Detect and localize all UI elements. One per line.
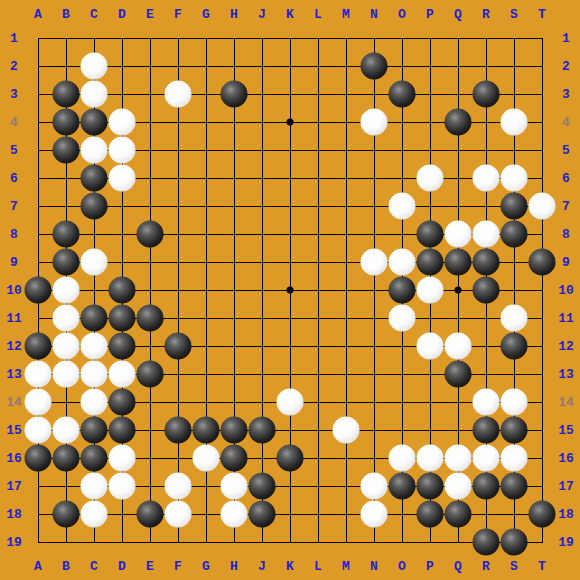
black-stone-B3[interactable] xyxy=(53,81,80,108)
black-stone-Q18[interactable] xyxy=(445,501,472,528)
white-stone-S16[interactable] xyxy=(501,445,528,472)
row-right-label-18: 18 xyxy=(558,508,574,521)
black-stone-R17[interactable] xyxy=(473,473,500,500)
black-stone-H3[interactable] xyxy=(221,81,248,108)
white-stone-N18[interactable] xyxy=(361,501,388,528)
col-top-label-S: S xyxy=(510,8,518,21)
col-bottom-label-G: G xyxy=(202,560,210,573)
black-stone-G15[interactable] xyxy=(193,417,220,444)
row-left-label-5: 5 xyxy=(10,144,18,157)
black-stone-C16[interactable] xyxy=(81,445,108,472)
white-stone-Q16[interactable] xyxy=(445,445,472,472)
col-bottom-label-L: L xyxy=(314,560,322,573)
row-left-label-11: 11 xyxy=(6,312,22,325)
row-right-label-10: 10 xyxy=(558,284,574,297)
row-left-label-15: 15 xyxy=(6,424,22,437)
black-stone-C4[interactable] xyxy=(81,109,108,136)
black-stone-D14[interactable] xyxy=(109,389,136,416)
black-stone-P8[interactable] xyxy=(417,221,444,248)
white-stone-Q12[interactable] xyxy=(445,333,472,360)
white-stone-O16[interactable] xyxy=(389,445,416,472)
black-stone-S17[interactable] xyxy=(501,473,528,500)
white-stone-O7[interactable] xyxy=(389,193,416,220)
col-top-label-D: D xyxy=(118,8,126,21)
col-top-label-K: K xyxy=(286,8,294,21)
black-stone-Q9[interactable] xyxy=(445,249,472,276)
col-bottom-label-E: E xyxy=(146,560,154,573)
white-stone-A14[interactable] xyxy=(25,389,52,416)
row-left-label-6: 6 xyxy=(10,172,18,185)
black-stone-P9[interactable] xyxy=(417,249,444,276)
col-top-label-O: O xyxy=(398,8,406,21)
col-bottom-label-D: D xyxy=(118,560,126,573)
black-stone-R3[interactable] xyxy=(473,81,500,108)
white-stone-N17[interactable] xyxy=(361,473,388,500)
white-stone-D4[interactable] xyxy=(109,109,136,136)
black-stone-F12[interactable] xyxy=(165,333,192,360)
go-app-window: { "game": "go", "board": { "size": 19, "… xyxy=(0,0,580,580)
white-stone-A15[interactable] xyxy=(25,417,52,444)
black-stone-E13[interactable] xyxy=(137,361,164,388)
row-left-label-4: 4 xyxy=(10,116,18,129)
row-right-label-2: 2 xyxy=(562,60,570,73)
col-bottom-label-K: K xyxy=(286,560,294,573)
star-point-K4 xyxy=(287,119,294,126)
black-stone-D10[interactable] xyxy=(109,277,136,304)
black-stone-D15[interactable] xyxy=(109,417,136,444)
black-stone-S12[interactable] xyxy=(501,333,528,360)
col-bottom-label-O: O xyxy=(398,560,406,573)
white-stone-F18[interactable] xyxy=(165,501,192,528)
white-stone-O11[interactable] xyxy=(389,305,416,332)
row-left-label-16: 16 xyxy=(6,452,22,465)
white-stone-S6[interactable] xyxy=(501,165,528,192)
black-stone-C11[interactable] xyxy=(81,305,108,332)
black-stone-K16[interactable] xyxy=(277,445,304,472)
black-stone-O3[interactable] xyxy=(389,81,416,108)
white-stone-B10[interactable] xyxy=(53,277,80,304)
row-left-label-10: 10 xyxy=(6,284,22,297)
col-bottom-label-M: M xyxy=(342,560,350,573)
white-stone-A13[interactable] xyxy=(25,361,52,388)
col-bottom-label-H: H xyxy=(230,560,238,573)
col-top-label-T: T xyxy=(538,8,546,21)
black-stone-H16[interactable] xyxy=(221,445,248,472)
black-stone-A16[interactable] xyxy=(25,445,52,472)
white-stone-R8[interactable] xyxy=(473,221,500,248)
row-left-label-7: 7 xyxy=(10,200,18,213)
row-right-label-16: 16 xyxy=(558,452,574,465)
row-right-label-14: 14 xyxy=(558,396,574,409)
white-stone-D16[interactable] xyxy=(109,445,136,472)
white-stone-D6[interactable] xyxy=(109,165,136,192)
black-stone-E18[interactable] xyxy=(137,501,164,528)
white-stone-P16[interactable] xyxy=(417,445,444,472)
white-stone-S4[interactable] xyxy=(501,109,528,136)
col-top-label-F: F xyxy=(174,8,182,21)
black-stone-R15[interactable] xyxy=(473,417,500,444)
white-stone-S14[interactable] xyxy=(501,389,528,416)
black-stone-B9[interactable] xyxy=(53,249,80,276)
black-stone-D11[interactable] xyxy=(109,305,136,332)
white-stone-C14[interactable] xyxy=(81,389,108,416)
col-top-label-G: G xyxy=(202,8,210,21)
white-stone-C17[interactable] xyxy=(81,473,108,500)
black-stone-R9[interactable] xyxy=(473,249,500,276)
col-top-label-N: N xyxy=(370,8,378,21)
black-stone-C7[interactable] xyxy=(81,193,108,220)
black-stone-S8[interactable] xyxy=(501,221,528,248)
row-right-label-3: 3 xyxy=(562,88,570,101)
white-stone-C9[interactable] xyxy=(81,249,108,276)
col-bottom-label-P: P xyxy=(426,560,434,573)
white-stone-P12[interactable] xyxy=(417,333,444,360)
white-stone-D5[interactable] xyxy=(109,137,136,164)
col-top-label-H: H xyxy=(230,8,238,21)
white-stone-C5[interactable] xyxy=(81,137,108,164)
row-right-label-19: 19 xyxy=(558,536,574,549)
star-point-Q10 xyxy=(455,287,462,294)
black-stone-A10[interactable] xyxy=(25,277,52,304)
col-bottom-label-A: A xyxy=(34,560,42,573)
white-stone-B11[interactable] xyxy=(53,305,80,332)
black-stone-A12[interactable] xyxy=(25,333,52,360)
row-right-label-5: 5 xyxy=(562,144,570,157)
black-stone-S15[interactable] xyxy=(501,417,528,444)
white-stone-G16[interactable] xyxy=(193,445,220,472)
row-right-label-6: 6 xyxy=(562,172,570,185)
white-stone-D17[interactable] xyxy=(109,473,136,500)
col-top-label-C: C xyxy=(90,8,98,21)
white-stone-N4[interactable] xyxy=(361,109,388,136)
white-stone-Q8[interactable] xyxy=(445,221,472,248)
black-stone-C6[interactable] xyxy=(81,165,108,192)
row-left-label-17: 17 xyxy=(6,480,22,493)
black-stone-C15[interactable] xyxy=(81,417,108,444)
black-stone-S7[interactable] xyxy=(501,193,528,220)
black-stone-F15[interactable] xyxy=(165,417,192,444)
star-point-K10 xyxy=(287,287,294,294)
white-stone-M15[interactable] xyxy=(333,417,360,444)
black-stone-J17[interactable] xyxy=(249,473,276,500)
white-stone-C12[interactable] xyxy=(81,333,108,360)
col-top-label-M: M xyxy=(342,8,350,21)
white-stone-T7[interactable] xyxy=(529,193,556,220)
black-stone-P18[interactable] xyxy=(417,501,444,528)
row-right-label-1: 1 xyxy=(562,32,570,45)
row-right-label-15: 15 xyxy=(558,424,574,437)
black-stone-S19[interactable] xyxy=(501,529,528,556)
black-stone-B16[interactable] xyxy=(53,445,80,472)
col-top-label-E: E xyxy=(146,8,154,21)
black-stone-T18[interactable] xyxy=(529,501,556,528)
col-top-label-R: R xyxy=(482,8,490,21)
col-bottom-label-N: N xyxy=(370,560,378,573)
black-stone-J15[interactable] xyxy=(249,417,276,444)
black-stone-N2[interactable] xyxy=(361,53,388,80)
white-stone-N9[interactable] xyxy=(361,249,388,276)
white-stone-C3[interactable] xyxy=(81,81,108,108)
col-top-label-B: B xyxy=(62,8,70,21)
black-stone-E8[interactable] xyxy=(137,221,164,248)
white-stone-D13[interactable] xyxy=(109,361,136,388)
white-stone-C18[interactable] xyxy=(81,501,108,528)
row-left-label-9: 9 xyxy=(10,256,18,269)
black-stone-B4[interactable] xyxy=(53,109,80,136)
black-stone-J18[interactable] xyxy=(249,501,276,528)
col-bottom-label-C: C xyxy=(90,560,98,573)
black-stone-P17[interactable] xyxy=(417,473,444,500)
white-stone-H18[interactable] xyxy=(221,501,248,528)
row-right-label-13: 13 xyxy=(558,368,574,381)
white-stone-F3[interactable] xyxy=(165,81,192,108)
black-stone-R19[interactable] xyxy=(473,529,500,556)
white-stone-O9[interactable] xyxy=(389,249,416,276)
white-stone-C2[interactable] xyxy=(81,53,108,80)
white-stone-R16[interactable] xyxy=(473,445,500,472)
white-stone-K14[interactable] xyxy=(277,389,304,416)
col-top-label-J: J xyxy=(258,8,266,21)
col-top-label-Q: Q xyxy=(454,8,462,21)
col-bottom-label-S: S xyxy=(510,560,518,573)
black-stone-B18[interactable] xyxy=(53,501,80,528)
row-left-label-1: 1 xyxy=(10,32,18,45)
row-left-label-18: 18 xyxy=(6,508,22,521)
black-stone-T9[interactable] xyxy=(529,249,556,276)
black-stone-O10[interactable] xyxy=(389,277,416,304)
black-stone-D12[interactable] xyxy=(109,333,136,360)
col-bottom-label-B: B xyxy=(62,560,70,573)
row-left-label-2: 2 xyxy=(10,60,18,73)
row-right-label-17: 17 xyxy=(558,480,574,493)
white-stone-B13[interactable] xyxy=(53,361,80,388)
white-stone-R6[interactable] xyxy=(473,165,500,192)
black-stone-Q13[interactable] xyxy=(445,361,472,388)
white-stone-B12[interactable] xyxy=(53,333,80,360)
col-bottom-label-T: T xyxy=(538,560,546,573)
white-stone-H17[interactable] xyxy=(221,473,248,500)
row-right-label-4: 4 xyxy=(562,116,570,129)
row-left-label-19: 19 xyxy=(6,536,22,549)
row-right-label-12: 12 xyxy=(558,340,574,353)
white-stone-C13[interactable] xyxy=(81,361,108,388)
row-left-label-12: 12 xyxy=(6,340,22,353)
col-bottom-label-R: R xyxy=(482,560,490,573)
row-right-label-8: 8 xyxy=(562,228,570,241)
col-bottom-label-Q: Q xyxy=(454,560,462,573)
black-stone-R10[interactable] xyxy=(473,277,500,304)
col-bottom-label-J: J xyxy=(258,560,266,573)
row-right-label-7: 7 xyxy=(562,200,570,213)
col-top-label-P: P xyxy=(426,8,434,21)
row-left-label-14: 14 xyxy=(6,396,22,409)
col-top-label-A: A xyxy=(34,8,42,21)
row-left-label-13: 13 xyxy=(6,368,22,381)
white-stone-P10[interactable] xyxy=(417,277,444,304)
row-left-label-8: 8 xyxy=(10,228,18,241)
white-stone-B15[interactable] xyxy=(53,417,80,444)
col-bottom-label-F: F xyxy=(174,560,182,573)
black-stone-H15[interactable] xyxy=(221,417,248,444)
white-stone-F17[interactable] xyxy=(165,473,192,500)
black-stone-E11[interactable] xyxy=(137,305,164,332)
black-stone-O17[interactable] xyxy=(389,473,416,500)
row-left-label-3: 3 xyxy=(10,88,18,101)
col-top-label-L: L xyxy=(314,8,322,21)
row-right-label-11: 11 xyxy=(558,312,574,325)
white-stone-R14[interactable] xyxy=(473,389,500,416)
black-stone-Q4[interactable] xyxy=(445,109,472,136)
black-stone-B8[interactable] xyxy=(53,221,80,248)
goban[interactable]: AABBCCDDEEFFGGHHJJKKLLMMNNOOPPQQRRSSTT11… xyxy=(0,0,580,580)
row-right-label-9: 9 xyxy=(562,256,570,269)
white-stone-S11[interactable] xyxy=(501,305,528,332)
white-stone-P6[interactable] xyxy=(417,165,444,192)
white-stone-Q17[interactable] xyxy=(445,473,472,500)
black-stone-B5[interactable] xyxy=(53,137,80,164)
